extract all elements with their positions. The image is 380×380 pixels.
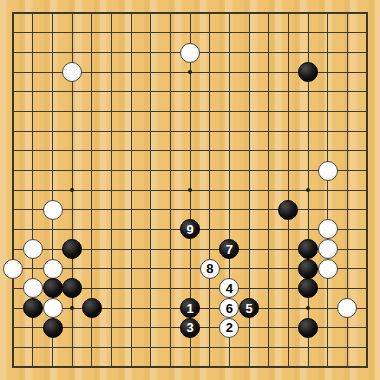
black-stone (23, 298, 43, 318)
white-stone (318, 239, 338, 259)
go-board[interactable]: 978416532 (0, 0, 380, 380)
white-stone (318, 259, 338, 279)
white-stone (43, 259, 63, 279)
black-stone (298, 259, 318, 279)
white-stone (23, 239, 43, 259)
grid-line-vertical (209, 13, 210, 367)
move-stone-3: 3 (180, 318, 200, 338)
black-stone (43, 318, 63, 338)
white-stone (3, 259, 23, 279)
move-stone-8: 8 (200, 259, 220, 279)
black-stone (298, 318, 318, 338)
white-stone (180, 43, 200, 63)
grid-line-horizontal (13, 209, 367, 210)
white-stone (43, 200, 63, 220)
grid-line-vertical (288, 13, 289, 367)
move-stone-5: 5 (239, 298, 259, 318)
black-stone (43, 278, 63, 298)
black-stone (298, 239, 318, 259)
grid-line-vertical (268, 13, 269, 367)
grid-line-vertical (367, 13, 368, 367)
white-stone (318, 161, 338, 181)
black-stone (82, 298, 102, 318)
white-stone (43, 298, 63, 318)
grid-line-horizontal (13, 347, 367, 348)
grid-line-vertical (327, 13, 328, 367)
grid-line-horizontal (13, 367, 367, 368)
